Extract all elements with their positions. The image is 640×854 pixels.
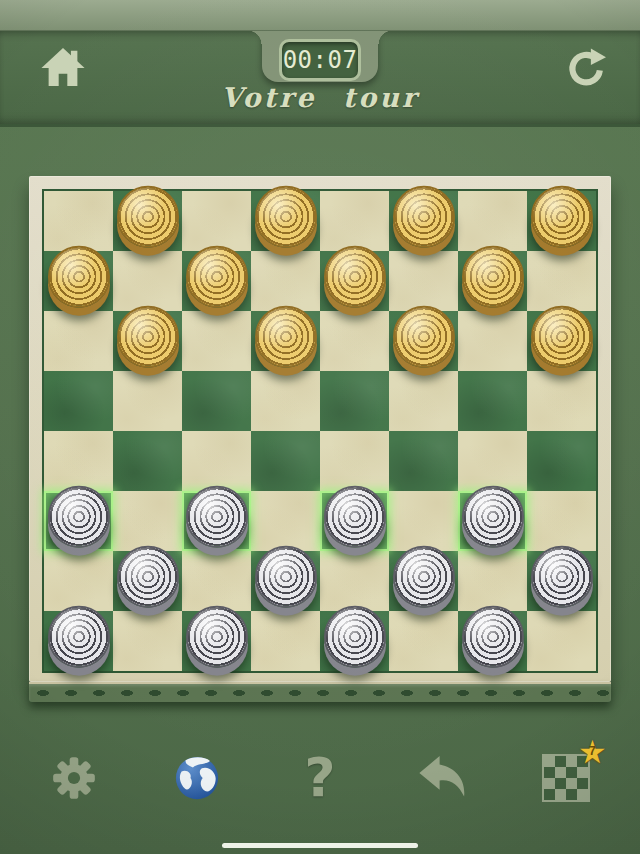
board-cell xyxy=(113,611,182,671)
board-cell xyxy=(527,251,596,311)
board-cell[interactable] xyxy=(182,491,251,551)
board-cell xyxy=(182,431,251,491)
board-cell[interactable] xyxy=(113,191,182,251)
silver-piece[interactable] xyxy=(48,606,110,668)
board-cell xyxy=(320,311,389,371)
checkers-board xyxy=(29,176,611,702)
board-cell xyxy=(251,611,320,671)
board-cell[interactable] xyxy=(320,611,389,671)
board-cell[interactable] xyxy=(320,491,389,551)
board-cell xyxy=(44,431,113,491)
board-cell xyxy=(44,311,113,371)
board-cell xyxy=(458,551,527,611)
board-cell xyxy=(389,251,458,311)
timer-value: 00:07 xyxy=(283,46,358,74)
board-cell xyxy=(44,191,113,251)
tab-fillet xyxy=(378,30,392,44)
board-cell xyxy=(44,551,113,611)
board-cell[interactable] xyxy=(389,191,458,251)
board-cell[interactable] xyxy=(113,431,182,491)
silver-piece[interactable] xyxy=(48,486,110,548)
board-cell xyxy=(251,371,320,431)
badge-count: 7 xyxy=(576,745,608,757)
language-button[interactable] xyxy=(168,749,226,807)
silver-piece[interactable] xyxy=(255,546,317,608)
restart-button[interactable] xyxy=(562,47,606,91)
board-cell[interactable] xyxy=(527,191,596,251)
board-cell xyxy=(320,191,389,251)
board-rim xyxy=(29,682,611,702)
board-cell xyxy=(527,611,596,671)
board-cell[interactable] xyxy=(527,551,596,611)
gold-piece[interactable] xyxy=(117,186,179,248)
board-cell xyxy=(113,491,182,551)
board-cell[interactable] xyxy=(44,611,113,671)
silver-piece[interactable] xyxy=(186,486,248,548)
star-badge-icon: ★ 7 xyxy=(576,736,608,768)
board-grid xyxy=(42,189,598,673)
board-cell xyxy=(320,431,389,491)
board-cell xyxy=(389,371,458,431)
board-cell xyxy=(182,551,251,611)
header-bar: 00:07 Votre tour xyxy=(0,30,640,127)
gold-piece[interactable] xyxy=(255,186,317,248)
gold-piece[interactable] xyxy=(324,246,386,308)
undo-icon xyxy=(416,754,470,802)
board-cell xyxy=(527,371,596,431)
board-cell[interactable] xyxy=(182,251,251,311)
board-cell[interactable] xyxy=(458,491,527,551)
board-cell[interactable] xyxy=(251,431,320,491)
status-bar xyxy=(0,0,640,31)
board-cell xyxy=(182,311,251,371)
board-cell[interactable] xyxy=(113,551,182,611)
gold-piece[interactable] xyxy=(531,306,593,368)
board-cell[interactable] xyxy=(320,371,389,431)
gold-piece[interactable] xyxy=(393,306,455,368)
home-indicator xyxy=(222,843,418,848)
board-cell[interactable] xyxy=(113,311,182,371)
board-frame xyxy=(29,176,611,682)
board-cell[interactable] xyxy=(458,251,527,311)
silver-piece[interactable] xyxy=(186,606,248,668)
silver-piece[interactable] xyxy=(462,486,524,548)
turn-status-text: Votre tour xyxy=(0,82,640,113)
board-cell xyxy=(458,431,527,491)
board-cell xyxy=(251,251,320,311)
board-cell[interactable] xyxy=(527,431,596,491)
board-cell xyxy=(458,311,527,371)
gold-piece[interactable] xyxy=(393,186,455,248)
board-cell xyxy=(458,191,527,251)
board-cell[interactable] xyxy=(320,251,389,311)
game-timer: 00:07 xyxy=(279,39,361,81)
silver-piece[interactable] xyxy=(462,606,524,668)
settings-button[interactable] xyxy=(45,749,103,807)
board-cell[interactable] xyxy=(44,371,113,431)
board-cell[interactable] xyxy=(527,311,596,371)
timer-tab: 00:07 xyxy=(262,30,378,82)
board-cell[interactable] xyxy=(251,551,320,611)
board-cell[interactable] xyxy=(44,251,113,311)
undo-button[interactable] xyxy=(414,749,472,807)
board-cell[interactable] xyxy=(182,371,251,431)
board-cell xyxy=(113,251,182,311)
board-cell xyxy=(251,491,320,551)
question-icon: ? xyxy=(304,751,335,805)
gold-piece[interactable] xyxy=(117,306,179,368)
gear-icon xyxy=(51,755,97,801)
silver-piece[interactable] xyxy=(531,546,593,608)
tab-fillet xyxy=(248,30,262,44)
board-cell[interactable] xyxy=(389,431,458,491)
silver-piece[interactable] xyxy=(117,546,179,608)
gold-piece[interactable] xyxy=(48,246,110,308)
board-cell xyxy=(527,491,596,551)
gold-piece[interactable] xyxy=(186,246,248,308)
board-cell[interactable] xyxy=(182,611,251,671)
board-cell xyxy=(389,491,458,551)
puzzles-button[interactable]: ★ 7 xyxy=(537,749,595,807)
board-cell[interactable] xyxy=(458,371,527,431)
board-cell[interactable] xyxy=(389,551,458,611)
silver-piece[interactable] xyxy=(324,606,386,668)
bottom-toolbar: ? ★ 7 xyxy=(0,738,640,818)
silver-piece[interactable] xyxy=(393,546,455,608)
board-cell[interactable] xyxy=(251,191,320,251)
board-cell[interactable] xyxy=(389,311,458,371)
board-cell xyxy=(389,611,458,671)
gold-piece[interactable] xyxy=(531,186,593,248)
board-cell[interactable] xyxy=(251,311,320,371)
board-cell xyxy=(320,551,389,611)
gold-piece[interactable] xyxy=(462,246,524,308)
refresh-icon xyxy=(562,79,606,94)
gold-piece[interactable] xyxy=(255,306,317,368)
help-button[interactable]: ? xyxy=(291,749,349,807)
globe-icon xyxy=(171,752,223,804)
silver-piece[interactable] xyxy=(324,486,386,548)
app-screen: 00:07 Votre tour xyxy=(0,0,640,854)
board-cell[interactable] xyxy=(458,611,527,671)
board-cell[interactable] xyxy=(44,491,113,551)
board-cell xyxy=(182,191,251,251)
board-cell xyxy=(113,371,182,431)
